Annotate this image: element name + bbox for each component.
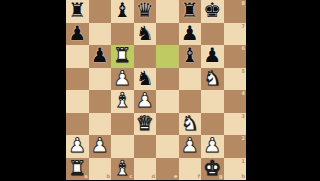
square-e4[interactable] bbox=[156, 90, 179, 113]
square-c8[interactable]: ♝ bbox=[111, 0, 134, 23]
square-h8[interactable]: 8 bbox=[224, 0, 247, 23]
square-f8[interactable]: ♜ bbox=[179, 0, 202, 23]
file-label-d: d bbox=[151, 174, 155, 179]
piece-black-pawn[interactable]: ♟ bbox=[91, 44, 109, 67]
square-a3[interactable] bbox=[66, 113, 89, 136]
square-f1[interactable]: f bbox=[179, 158, 202, 181]
square-b2[interactable]: ♟ bbox=[89, 135, 112, 158]
square-d3[interactable]: ♛ bbox=[134, 113, 157, 136]
file-label-e: e bbox=[174, 174, 177, 179]
rank-label-6: 6 bbox=[242, 46, 245, 51]
file-label-b: b bbox=[106, 174, 110, 179]
square-f4[interactable] bbox=[179, 90, 202, 113]
square-a8[interactable]: ♜ bbox=[66, 0, 89, 23]
square-e8[interactable] bbox=[156, 0, 179, 23]
square-c2[interactable] bbox=[111, 135, 134, 158]
rank-label-3: 3 bbox=[242, 114, 245, 119]
square-h3[interactable]: 3 bbox=[224, 113, 247, 136]
square-c5[interactable]: ♟ bbox=[111, 68, 134, 91]
square-e2[interactable] bbox=[156, 135, 179, 158]
square-a1[interactable]: a♜ bbox=[66, 158, 89, 181]
square-e3[interactable] bbox=[156, 113, 179, 136]
square-a2[interactable]: ♟ bbox=[66, 135, 89, 158]
square-c7[interactable] bbox=[111, 23, 134, 46]
square-d4[interactable]: ♟ bbox=[134, 90, 157, 113]
square-e7[interactable] bbox=[156, 23, 179, 46]
chess-board: ♜♝♛♜♚8♟♞♟7♟♜♝♟6♟♞♞5♝♟4♛♞3♟♟♟♟2a♜bc♝defg♚… bbox=[66, 0, 246, 180]
square-g1[interactable]: g♚ bbox=[201, 158, 224, 181]
square-g8[interactable]: ♚ bbox=[201, 0, 224, 23]
piece-white-bishop[interactable]: ♝ bbox=[113, 157, 131, 180]
rank-label-4: 4 bbox=[242, 91, 245, 96]
piece-white-pawn[interactable]: ♟ bbox=[68, 134, 86, 157]
square-b7[interactable] bbox=[89, 23, 112, 46]
rank-label-7: 7 bbox=[242, 24, 245, 29]
square-g5[interactable]: ♞ bbox=[201, 68, 224, 91]
piece-black-pawn[interactable]: ♟ bbox=[68, 22, 86, 45]
square-h7[interactable]: 7 bbox=[224, 23, 247, 46]
piece-black-pawn[interactable]: ♟ bbox=[181, 22, 199, 45]
piece-white-queen[interactable]: ♛ bbox=[136, 112, 154, 135]
square-g2[interactable]: ♟ bbox=[201, 135, 224, 158]
square-a4[interactable] bbox=[66, 90, 89, 113]
piece-black-bishop[interactable]: ♝ bbox=[113, 0, 131, 22]
piece-black-knight[interactable]: ♞ bbox=[136, 67, 154, 90]
rank-label-1: 1 bbox=[242, 159, 245, 164]
rank-label-8: 8 bbox=[242, 1, 245, 6]
square-d7[interactable]: ♞ bbox=[134, 23, 157, 46]
square-g3[interactable] bbox=[201, 113, 224, 136]
square-f6[interactable]: ♝ bbox=[179, 45, 202, 68]
piece-black-queen[interactable]: ♛ bbox=[136, 0, 154, 22]
square-g6[interactable]: ♟ bbox=[201, 45, 224, 68]
square-a5[interactable] bbox=[66, 68, 89, 91]
square-b6[interactable]: ♟ bbox=[89, 45, 112, 68]
square-e6[interactable] bbox=[156, 45, 179, 68]
piece-black-king[interactable]: ♚ bbox=[203, 0, 221, 22]
square-c4[interactable]: ♝ bbox=[111, 90, 134, 113]
square-f3[interactable]: ♞ bbox=[179, 113, 202, 136]
square-b3[interactable] bbox=[89, 113, 112, 136]
piece-white-knight[interactable]: ♞ bbox=[181, 112, 199, 135]
square-f7[interactable]: ♟ bbox=[179, 23, 202, 46]
square-c1[interactable]: c♝ bbox=[111, 158, 134, 181]
square-h1[interactable]: 1h bbox=[224, 158, 247, 181]
square-e1[interactable]: e bbox=[156, 158, 179, 181]
piece-black-rook[interactable]: ♜ bbox=[181, 0, 199, 22]
piece-white-bishop[interactable]: ♝ bbox=[113, 89, 131, 112]
file-label-h: h bbox=[241, 174, 245, 179]
piece-black-knight[interactable]: ♞ bbox=[136, 22, 154, 45]
square-b4[interactable] bbox=[89, 90, 112, 113]
square-d8[interactable]: ♛ bbox=[134, 0, 157, 23]
square-g4[interactable] bbox=[201, 90, 224, 113]
square-h2[interactable]: 2 bbox=[224, 135, 247, 158]
square-a7[interactable]: ♟ bbox=[66, 23, 89, 46]
rank-label-2: 2 bbox=[242, 136, 245, 141]
square-g7[interactable] bbox=[201, 23, 224, 46]
square-b1[interactable]: b bbox=[89, 158, 112, 181]
piece-white-knight[interactable]: ♞ bbox=[203, 67, 221, 90]
rank-label-5: 5 bbox=[242, 69, 245, 74]
square-b5[interactable] bbox=[89, 68, 112, 91]
piece-black-rook[interactable]: ♜ bbox=[68, 0, 86, 22]
square-a6[interactable] bbox=[66, 45, 89, 68]
square-d2[interactable] bbox=[134, 135, 157, 158]
square-h5[interactable]: 5 bbox=[224, 68, 247, 91]
square-d6[interactable] bbox=[134, 45, 157, 68]
piece-black-bishop[interactable]: ♝ bbox=[181, 44, 199, 67]
piece-white-pawn[interactable]: ♟ bbox=[113, 67, 131, 90]
square-b8[interactable] bbox=[89, 0, 112, 23]
square-f2[interactable]: ♟ bbox=[179, 135, 202, 158]
square-d5[interactable]: ♞ bbox=[134, 68, 157, 91]
square-h6[interactable]: 6 bbox=[224, 45, 247, 68]
square-c6[interactable]: ♜ bbox=[111, 45, 134, 68]
square-e5[interactable] bbox=[156, 68, 179, 91]
video-frame: ♜♝♛♜♚8♟♞♟7♟♜♝♟6♟♞♞5♝♟4♛♞3♟♟♟♟2a♜bc♝defg♚… bbox=[0, 0, 320, 180]
square-c3[interactable] bbox=[111, 113, 134, 136]
square-h4[interactable]: 4 bbox=[224, 90, 247, 113]
piece-white-pawn[interactable]: ♟ bbox=[136, 89, 154, 112]
file-label-c: c bbox=[130, 174, 133, 179]
square-d1[interactable]: d bbox=[134, 158, 157, 181]
piece-black-pawn[interactable]: ♟ bbox=[203, 44, 221, 67]
file-label-f: f bbox=[198, 174, 200, 179]
piece-white-pawn[interactable]: ♟ bbox=[181, 134, 199, 157]
file-label-g: g bbox=[219, 174, 223, 179]
piece-white-rook[interactable]: ♜ bbox=[113, 44, 131, 67]
piece-white-pawn[interactable]: ♟ bbox=[91, 134, 109, 157]
piece-white-pawn[interactable]: ♟ bbox=[203, 134, 221, 157]
square-f5[interactable] bbox=[179, 68, 202, 91]
file-label-a: a bbox=[84, 174, 87, 179]
